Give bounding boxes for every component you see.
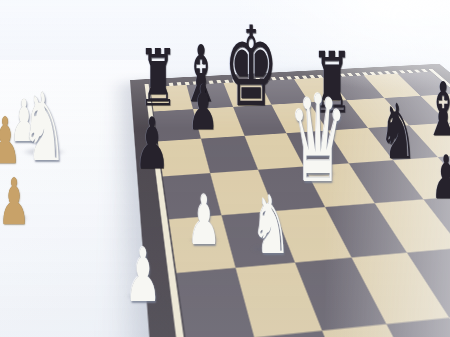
black-bishop-h7: ♝ [425, 72, 450, 146]
black-pawn-a6: ♟ [134, 108, 169, 179]
captured-wood-pawn-upper: ♟ [0, 109, 21, 173]
white-knight-c4: ♞ [251, 186, 290, 266]
captured-white-knight: ♞ [21, 81, 67, 175]
black-knight-g6: ♞ [379, 94, 416, 170]
white-queen-e6: ♛ [288, 80, 347, 200]
captured-wood-pawn-lower: ♟ [0, 170, 30, 234]
white-pawn-a4: ♟ [125, 238, 161, 312]
black-king-c8: ♚ [224, 12, 278, 122]
white-pawn-b5: ♟ [187, 187, 221, 255]
black-pawn-h5: ♟ [431, 147, 450, 207]
chessboard-photo-scene: ♜♝♚♜♝♟♟♞♟♛♟♞♟♟♞♟♟ [0, 0, 450, 337]
black-pawn-b7: ♟ [188, 77, 219, 139]
